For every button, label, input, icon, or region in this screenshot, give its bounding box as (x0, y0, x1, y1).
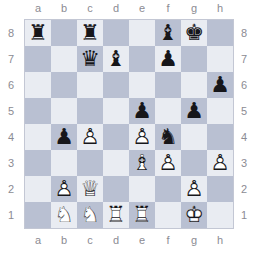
file-label-g: g (181, 234, 207, 246)
rank-label-8: 8 (0, 20, 22, 46)
rank-labels-left: 87654321 (0, 20, 22, 228)
square-b2[interactable]: ♟♙ (51, 176, 77, 202)
chess-board: ♜♜♝♚♛♝♟♟♟♟♟♟♙♟♙♞♝♗♟♙♟♙♟♙♛♕♟♙♞♘♞♘♜♖♜♖♚♔ (24, 19, 234, 229)
square-f4[interactable]: ♞ (155, 124, 181, 150)
rank-label-4: 4 (236, 124, 252, 150)
file-label-e: e (129, 2, 155, 14)
white-king[interactable]: ♔ (181, 202, 207, 228)
file-label-d: d (103, 234, 129, 246)
square-e3[interactable]: ♝♗ (129, 150, 155, 176)
black-rook[interactable]: ♜ (25, 20, 51, 46)
square-f7[interactable]: ♟ (155, 46, 181, 72)
black-pawn[interactable]: ♟ (207, 72, 233, 98)
rank-labels-right: 87654321 (236, 20, 252, 228)
square-a8[interactable]: ♜ (25, 20, 51, 46)
square-a4[interactable] (25, 124, 51, 150)
square-b6[interactable] (51, 72, 77, 98)
square-h3[interactable]: ♟♙ (207, 150, 233, 176)
rank-label-3: 3 (0, 150, 22, 176)
square-d5[interactable] (103, 98, 129, 124)
black-knight[interactable]: ♞ (155, 124, 181, 150)
file-label-h: h (207, 234, 233, 246)
square-d6[interactable] (103, 72, 129, 98)
black-pawn[interactable]: ♟ (181, 98, 207, 124)
file-label-e: e (129, 234, 155, 246)
square-e2[interactable] (129, 176, 155, 202)
white-queen[interactable]: ♕ (77, 176, 103, 202)
square-c7[interactable]: ♛ (77, 46, 103, 72)
square-a1[interactable] (25, 202, 51, 228)
file-label-a: a (25, 234, 51, 246)
rank-label-5: 5 (0, 98, 22, 124)
square-g2[interactable]: ♟♙ (181, 176, 207, 202)
file-label-d: d (103, 2, 129, 14)
square-c3[interactable] (77, 150, 103, 176)
white-pawn[interactable]: ♙ (129, 124, 155, 150)
rank-label-8: 8 (236, 20, 252, 46)
square-g7[interactable] (181, 46, 207, 72)
white-rook[interactable]: ♖ (129, 202, 155, 228)
file-labels-bottom: abcdefgh (25, 234, 233, 246)
rank-label-3: 3 (236, 150, 252, 176)
square-a2[interactable] (25, 176, 51, 202)
white-rook[interactable]: ♖ (103, 202, 129, 228)
square-b3[interactable] (51, 150, 77, 176)
square-f2[interactable] (155, 176, 181, 202)
rank-label-7: 7 (0, 46, 22, 72)
file-label-h: h (207, 2, 233, 14)
square-h7[interactable] (207, 46, 233, 72)
square-c2[interactable]: ♛♕ (77, 176, 103, 202)
square-b5[interactable] (51, 98, 77, 124)
square-h5[interactable] (207, 98, 233, 124)
square-h8[interactable] (207, 20, 233, 46)
file-label-b: b (51, 2, 77, 14)
file-labels-top: abcdefgh (25, 2, 233, 14)
black-pawn[interactable]: ♟ (129, 98, 155, 124)
square-g1[interactable]: ♚♔ (181, 202, 207, 228)
file-label-c: c (77, 2, 103, 14)
square-d7[interactable]: ♝ (103, 46, 129, 72)
square-d1[interactable]: ♜♖ (103, 202, 129, 228)
file-label-f: f (155, 2, 181, 14)
file-label-c: c (77, 234, 103, 246)
white-bishop[interactable]: ♗ (129, 150, 155, 176)
rank-label-4: 4 (0, 124, 22, 150)
square-d8[interactable] (103, 20, 129, 46)
white-knight[interactable]: ♘ (77, 202, 103, 228)
file-label-b: b (51, 234, 77, 246)
white-pawn[interactable]: ♙ (181, 176, 207, 202)
square-e1[interactable]: ♜♖ (129, 202, 155, 228)
square-b4[interactable]: ♟ (51, 124, 77, 150)
white-pawn[interactable]: ♙ (155, 150, 181, 176)
black-king[interactable]: ♚ (181, 20, 207, 46)
square-b1[interactable]: ♞♘ (51, 202, 77, 228)
square-g4[interactable] (181, 124, 207, 150)
square-b8[interactable] (51, 20, 77, 46)
square-g8[interactable]: ♚ (181, 20, 207, 46)
square-e7[interactable] (129, 46, 155, 72)
square-c1[interactable]: ♞♘ (77, 202, 103, 228)
black-queen[interactable]: ♛ (77, 46, 103, 72)
chess-diagram: abcdefgh 87654321 ♜♜♝♚♛♝♟♟♟♟♟♟♙♟♙♞♝♗♟♙♟♙… (0, 0, 258, 255)
square-f1[interactable] (155, 202, 181, 228)
square-d2[interactable] (103, 176, 129, 202)
square-h4[interactable] (207, 124, 233, 150)
square-h1[interactable] (207, 202, 233, 228)
square-d4[interactable] (103, 124, 129, 150)
file-label-f: f (155, 234, 181, 246)
rank-label-6: 6 (0, 72, 22, 98)
square-b7[interactable] (51, 46, 77, 72)
square-e4[interactable]: ♟♙ (129, 124, 155, 150)
square-a5[interactable] (25, 98, 51, 124)
black-bishop[interactable]: ♝ (155, 20, 181, 46)
square-f3[interactable]: ♟♙ (155, 150, 181, 176)
square-a6[interactable] (25, 72, 51, 98)
white-knight[interactable]: ♘ (51, 202, 77, 228)
black-pawn[interactable]: ♟ (51, 124, 77, 150)
square-g3[interactable] (181, 150, 207, 176)
square-e5[interactable]: ♟ (129, 98, 155, 124)
square-c8[interactable]: ♜ (77, 20, 103, 46)
square-g6[interactable] (181, 72, 207, 98)
rank-label-1: 1 (0, 202, 22, 228)
rank-label-6: 6 (236, 72, 252, 98)
square-a7[interactable] (25, 46, 51, 72)
black-bishop[interactable]: ♝ (103, 46, 129, 72)
file-label-g: g (181, 2, 207, 14)
white-pawn[interactable]: ♙ (77, 124, 103, 150)
square-a3[interactable] (25, 150, 51, 176)
rank-label-2: 2 (236, 176, 252, 202)
square-f8[interactable]: ♝ (155, 20, 181, 46)
black-pawn[interactable]: ♟ (155, 46, 181, 72)
square-c5[interactable] (77, 98, 103, 124)
square-c4[interactable]: ♟♙ (77, 124, 103, 150)
square-e6[interactable] (129, 72, 155, 98)
black-rook[interactable]: ♜ (77, 20, 103, 46)
square-e8[interactable] (129, 20, 155, 46)
square-h6[interactable]: ♟ (207, 72, 233, 98)
square-d3[interactable] (103, 150, 129, 176)
white-pawn[interactable]: ♙ (207, 150, 233, 176)
square-g5[interactable]: ♟ (181, 98, 207, 124)
rank-label-2: 2 (0, 176, 22, 202)
rank-label-5: 5 (236, 98, 252, 124)
white-pawn[interactable]: ♙ (51, 176, 77, 202)
square-f6[interactable] (155, 72, 181, 98)
rank-label-7: 7 (236, 46, 252, 72)
square-h2[interactable] (207, 176, 233, 202)
square-f5[interactable] (155, 98, 181, 124)
file-label-a: a (25, 2, 51, 14)
square-c6[interactable] (77, 72, 103, 98)
rank-label-1: 1 (236, 202, 252, 228)
